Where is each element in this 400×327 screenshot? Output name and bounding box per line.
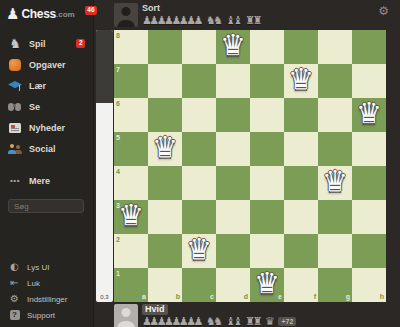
sidebar-item-label: Opgaver <box>29 60 66 70</box>
rank-label-1: 1 <box>116 270 120 277</box>
square-g7[interactable] <box>318 64 352 98</box>
square-c7[interactable] <box>182 64 216 98</box>
square-d5[interactable] <box>216 132 250 166</box>
more-icon: ••• <box>8 174 22 188</box>
square-g3[interactable] <box>318 200 352 234</box>
square-a5[interactable]: 5 <box>114 132 148 166</box>
graduation-cap-icon <box>8 80 22 91</box>
square-f5[interactable] <box>284 132 318 166</box>
square-d7[interactable] <box>216 64 250 98</box>
sidebar-item-label: Spil <box>29 39 46 49</box>
square-c1[interactable]: c <box>182 268 216 302</box>
square-e4[interactable] <box>250 166 284 200</box>
sidebar: ♟ Chess .com 46 ♞ Spil 2 Opgaver Lær Se <box>0 0 93 327</box>
captured-knights: ♞♞ <box>206 15 221 26</box>
white-queen-d8[interactable]: ♛ <box>220 31 246 60</box>
white-queen-h6[interactable]: ♛ <box>356 99 382 128</box>
square-g4[interactable]: ♛ <box>318 166 352 200</box>
light-ui-button[interactable]: ◐ Lys UI <box>0 259 93 275</box>
collapse-button[interactable]: ⇤ Luk <box>0 275 93 291</box>
eval-score: 0,3 <box>96 294 113 300</box>
square-h2[interactable] <box>352 234 386 268</box>
settings-icon: ⚙ <box>8 294 21 304</box>
brand-suffix: .com <box>56 10 75 19</box>
sidebar-item-label: Mere <box>29 176 50 186</box>
bottom-player-bar: Hvid ♟♟♟♟♟♟♟♟♞♞♝♝♜♜♛ +72 <box>94 302 400 327</box>
square-g2[interactable] <box>318 234 352 268</box>
sidebar-item-social[interactable]: Social <box>0 138 93 159</box>
square-h7[interactable] <box>352 64 386 98</box>
file-label-a: a <box>142 293 146 300</box>
square-h3[interactable] <box>352 200 386 234</box>
footer-item-label: Indstillinger <box>27 295 67 304</box>
square-f1[interactable]: f <box>284 268 318 302</box>
square-b7[interactable] <box>148 64 182 98</box>
sidebar-item-opgaver[interactable]: Opgaver <box>0 54 93 75</box>
square-d2[interactable] <box>216 234 250 268</box>
rank-label-8: 8 <box>116 32 120 39</box>
square-a1[interactable]: 1a <box>114 268 148 302</box>
gear-icon[interactable]: ⚙ <box>378 5 389 17</box>
brand-text: Chess <box>21 7 56 21</box>
square-g5[interactable] <box>318 132 352 166</box>
puzzle-icon <box>9 59 21 71</box>
square-b2[interactable] <box>148 234 182 268</box>
square-b3[interactable] <box>148 200 182 234</box>
white-queen-a3[interactable]: ♛ <box>118 201 144 230</box>
rank-label-7: 7 <box>116 66 120 73</box>
square-e1[interactable]: e♛ <box>250 268 284 302</box>
footer-item-label: Lys UI <box>27 263 49 272</box>
square-a7[interactable]: 7 <box>114 64 148 98</box>
square-f8[interactable] <box>284 30 318 64</box>
square-a8[interactable]: 8 <box>114 30 148 64</box>
captured-pawns: ♟♟♟♟♟♟♟♟ <box>142 316 201 327</box>
rank-label-4: 4 <box>116 168 120 175</box>
square-a6[interactable]: 6 <box>114 98 148 132</box>
sidebar-item-label: Nyheder <box>29 123 65 133</box>
file-label-c: c <box>210 293 214 300</box>
square-h5[interactable] <box>352 132 386 166</box>
square-g8[interactable] <box>318 30 352 64</box>
file-label-d: d <box>244 293 248 300</box>
square-b4[interactable] <box>148 166 182 200</box>
main-area: Sort ♟♟♟♟♟♟♟♟♞♞♝♝♜♜ ⚙ 0,3 8♛7♛6♛5♛4♛3♛2♛… <box>93 0 400 327</box>
square-e3[interactable] <box>250 200 284 234</box>
square-d8[interactable]: ♛ <box>216 30 250 64</box>
binoculars-icon <box>8 103 22 111</box>
square-d6[interactable] <box>216 98 250 132</box>
captured-rooks: ♜♜ <box>245 316 260 327</box>
sidebar-footer: ◐ Lys UI ⇤ Luk ⚙ Indstillinger ? Support <box>0 259 93 323</box>
square-b6[interactable] <box>148 98 182 132</box>
square-e6[interactable] <box>250 98 284 132</box>
captured-bishops: ♝♝ <box>226 316 241 327</box>
search-box <box>8 199 84 213</box>
square-c8[interactable] <box>182 30 216 64</box>
eval-black-section <box>96 30 113 103</box>
square-c2[interactable]: ♛ <box>182 234 216 268</box>
sidebar-item-label: Lær <box>29 81 46 91</box>
captured-pieces-top: ♟♟♟♟♟♟♟♟♞♞♝♝♜♜ <box>142 14 265 26</box>
square-c6[interactable] <box>182 98 216 132</box>
square-b5[interactable]: ♛ <box>148 132 182 166</box>
square-c5[interactable] <box>182 132 216 166</box>
news-icon <box>9 123 21 133</box>
square-h6[interactable]: ♛ <box>352 98 386 132</box>
sidebar-item-nyheder[interactable]: Nyheder <box>0 117 93 138</box>
chess-board: 8♛7♛6♛5♛4♛3♛2♛1abcde♛fgh <box>114 30 386 302</box>
square-f4[interactable] <box>284 166 318 200</box>
settings-button[interactable]: ⚙ Indstillinger <box>0 291 93 307</box>
white-queen-b5[interactable]: ♛ <box>152 133 178 162</box>
sidebar-item-se[interactable]: Se <box>0 96 93 117</box>
support-icon: ? <box>10 310 20 320</box>
rank-label-5: 5 <box>116 134 120 141</box>
captured-bishops: ♝♝ <box>226 15 241 26</box>
footer-item-label: Support <box>27 311 55 320</box>
sidebar-item-label: Social <box>29 144 56 154</box>
chesscom-app: ♟ Chess .com 46 ♞ Spil 2 Opgaver Lær Se <box>0 0 400 327</box>
white-queen-e1[interactable]: ♛ <box>254 269 280 298</box>
file-label-h: h <box>380 293 384 300</box>
sidebar-menu: ♞ Spil 2 Opgaver Lær Se Nyheder <box>0 33 93 191</box>
black-player-name[interactable]: Sort <box>142 3 265 14</box>
footer-item-label: Luk <box>27 279 40 288</box>
square-h8[interactable] <box>352 30 386 64</box>
square-f3[interactable] <box>284 200 318 234</box>
square-a2[interactable]: 2 <box>114 234 148 268</box>
evaluation-bar: 0,3 <box>96 30 113 302</box>
square-f7[interactable]: ♛ <box>284 64 318 98</box>
material-advantage-badge: +72 <box>278 317 296 326</box>
square-f6[interactable] <box>284 98 318 132</box>
social-icon <box>8 144 22 154</box>
captured-rooks: ♜♜ <box>245 15 260 26</box>
square-e2[interactable] <box>250 234 284 268</box>
file-label-g: g <box>346 293 350 300</box>
square-e7[interactable] <box>250 64 284 98</box>
captured-queens: ♛ <box>265 316 272 327</box>
pawn-logo-icon: ♟ <box>6 7 19 22</box>
white-queen-g4[interactable]: ♛ <box>322 167 348 196</box>
square-c3[interactable] <box>182 200 216 234</box>
square-g1[interactable]: g <box>318 268 352 302</box>
black-player-avatar[interactable] <box>114 3 138 27</box>
sidebar-item-mere[interactable]: ••• Mere <box>0 170 93 191</box>
sidebar-item-laer[interactable]: Lær <box>0 75 93 96</box>
square-g6[interactable] <box>318 98 352 132</box>
square-c4[interactable] <box>182 166 216 200</box>
square-h4[interactable] <box>352 166 386 200</box>
rank-label-2: 2 <box>116 236 120 243</box>
captured-knights: ♞♞ <box>206 316 221 327</box>
square-d4[interactable] <box>216 166 250 200</box>
square-e8[interactable] <box>250 30 284 64</box>
search-input[interactable] <box>9 202 83 211</box>
square-d1[interactable]: d <box>216 268 250 302</box>
file-label-b: b <box>176 293 180 300</box>
sidebar-item-spil[interactable]: ♞ Spil 2 <box>0 33 93 54</box>
rank-label-6: 6 <box>116 100 120 107</box>
square-b8[interactable] <box>148 30 182 64</box>
white-player-avatar[interactable] <box>114 304 138 327</box>
support-button[interactable]: ? Support <box>0 307 93 323</box>
white-player-name[interactable]: Hvid <box>142 304 168 315</box>
top-player-bar: Sort ♟♟♟♟♟♟♟♟♞♞♝♝♜♜ ⚙ <box>94 0 400 30</box>
white-queen-f7[interactable]: ♛ <box>288 65 314 94</box>
spil-badge: 2 <box>76 39 85 48</box>
square-h1[interactable]: h <box>352 268 386 302</box>
captured-pawns: ♟♟♟♟♟♟♟♟ <box>142 15 201 26</box>
light-ui-icon: ◐ <box>8 262 21 272</box>
square-a3[interactable]: 3♛ <box>114 200 148 234</box>
notification-badge: 46 <box>85 6 97 15</box>
square-d3[interactable] <box>216 200 250 234</box>
square-e5[interactable] <box>250 132 284 166</box>
knight-icon: ♞ <box>8 37 22 51</box>
square-f2[interactable] <box>284 234 318 268</box>
square-b1[interactable]: b <box>148 268 182 302</box>
captured-pieces-bottom: ♟♟♟♟♟♟♟♟♞♞♝♝♜♜♛ <box>142 315 277 327</box>
collapse-icon: ⇤ <box>8 278 21 288</box>
square-a4[interactable]: 4 <box>114 166 148 200</box>
chesscom-logo[interactable]: ♟ Chess .com 46 <box>0 0 93 28</box>
file-label-f: f <box>314 293 316 300</box>
sidebar-item-label: Se <box>29 102 40 112</box>
white-queen-c2[interactable]: ♛ <box>186 235 212 264</box>
